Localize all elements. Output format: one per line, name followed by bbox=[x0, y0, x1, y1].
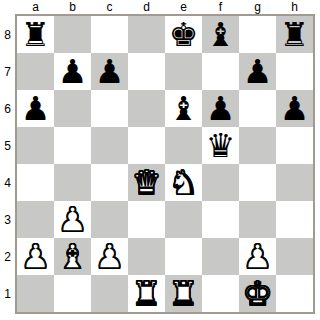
white-pawn[interactable]: ♟ bbox=[243, 238, 273, 275]
chess-board: ♜♚♝♜♟♟♟♟♝♟♟♛♛♞♟♟♝♟♟♜♜♚ bbox=[15, 14, 315, 314]
square-h6[interactable]: ♟ bbox=[276, 90, 313, 127]
black-pawn[interactable]: ♟ bbox=[21, 90, 51, 127]
rank-label-3: 3 bbox=[0, 201, 15, 238]
square-b3[interactable]: ♟ bbox=[54, 201, 91, 238]
rank-labels: 87654321 bbox=[0, 16, 15, 312]
square-a5[interactable] bbox=[17, 127, 54, 164]
file-label-b: b bbox=[54, 0, 91, 14]
square-c1[interactable] bbox=[91, 275, 128, 312]
white-pawn[interactable]: ♟ bbox=[21, 238, 51, 275]
file-label-a: a bbox=[17, 0, 54, 14]
square-d5[interactable] bbox=[128, 127, 165, 164]
square-f1[interactable] bbox=[202, 275, 239, 312]
square-e1[interactable]: ♜ bbox=[165, 275, 202, 312]
white-king[interactable]: ♚ bbox=[243, 275, 273, 312]
file-label-d: d bbox=[128, 0, 165, 14]
rank-label-5: 5 bbox=[0, 127, 15, 164]
square-c5[interactable] bbox=[91, 127, 128, 164]
square-g2[interactable]: ♟ bbox=[239, 238, 276, 275]
square-f8[interactable]: ♝ bbox=[202, 16, 239, 53]
file-label-f: f bbox=[202, 0, 239, 14]
square-c6[interactable] bbox=[91, 90, 128, 127]
square-a3[interactable] bbox=[17, 201, 54, 238]
black-pawn[interactable]: ♟ bbox=[95, 53, 125, 90]
square-g5[interactable] bbox=[239, 127, 276, 164]
square-a8[interactable]: ♜ bbox=[17, 16, 54, 53]
white-rook[interactable]: ♜ bbox=[169, 275, 199, 312]
square-f2[interactable] bbox=[202, 238, 239, 275]
square-d2[interactable] bbox=[128, 238, 165, 275]
square-c2[interactable]: ♟ bbox=[91, 238, 128, 275]
white-knight[interactable]: ♞ bbox=[169, 164, 199, 201]
black-pawn[interactable]: ♟ bbox=[280, 90, 310, 127]
rank-label-2: 2 bbox=[0, 238, 15, 275]
square-g4[interactable] bbox=[239, 164, 276, 201]
rank-label-6: 6 bbox=[0, 90, 15, 127]
square-b8[interactable] bbox=[54, 16, 91, 53]
square-f7[interactable] bbox=[202, 53, 239, 90]
black-bishop[interactable]: ♝ bbox=[169, 90, 199, 127]
square-f5[interactable]: ♛ bbox=[202, 127, 239, 164]
file-label-c: c bbox=[91, 0, 128, 14]
square-d7[interactable] bbox=[128, 53, 165, 90]
rank-label-4: 4 bbox=[0, 164, 15, 201]
square-c8[interactable] bbox=[91, 16, 128, 53]
square-d3[interactable] bbox=[128, 201, 165, 238]
square-a7[interactable] bbox=[17, 53, 54, 90]
square-d8[interactable] bbox=[128, 16, 165, 53]
black-rook[interactable]: ♜ bbox=[280, 16, 310, 53]
square-a6[interactable]: ♟ bbox=[17, 90, 54, 127]
white-pawn[interactable]: ♟ bbox=[95, 238, 125, 275]
square-g1[interactable]: ♚ bbox=[239, 275, 276, 312]
black-pawn[interactable]: ♟ bbox=[58, 53, 88, 90]
square-e3[interactable] bbox=[165, 201, 202, 238]
square-f4[interactable] bbox=[202, 164, 239, 201]
file-label-h: h bbox=[276, 0, 313, 14]
black-pawn[interactable]: ♟ bbox=[243, 53, 273, 90]
square-h1[interactable] bbox=[276, 275, 313, 312]
square-b6[interactable] bbox=[54, 90, 91, 127]
square-a1[interactable] bbox=[17, 275, 54, 312]
square-f3[interactable] bbox=[202, 201, 239, 238]
black-pawn[interactable]: ♟ bbox=[206, 90, 236, 127]
square-c4[interactable] bbox=[91, 164, 128, 201]
black-king[interactable]: ♚ bbox=[169, 16, 199, 53]
square-h3[interactable] bbox=[276, 201, 313, 238]
square-g6[interactable] bbox=[239, 90, 276, 127]
rank-label-1: 1 bbox=[0, 275, 15, 312]
white-bishop[interactable]: ♝ bbox=[58, 238, 88, 275]
square-h7[interactable] bbox=[276, 53, 313, 90]
square-b4[interactable] bbox=[54, 164, 91, 201]
square-d1[interactable]: ♜ bbox=[128, 275, 165, 312]
square-a4[interactable] bbox=[17, 164, 54, 201]
square-h2[interactable] bbox=[276, 238, 313, 275]
square-c7[interactable]: ♟ bbox=[91, 53, 128, 90]
square-d4[interactable]: ♛ bbox=[128, 164, 165, 201]
rank-label-7: 7 bbox=[0, 53, 15, 90]
square-a2[interactable]: ♟ bbox=[17, 238, 54, 275]
square-d6[interactable] bbox=[128, 90, 165, 127]
chess-diagram: abcdefgh 87654321 ♜♚♝♜♟♟♟♟♝♟♟♛♛♞♟♟♝♟♟♜♜♚ bbox=[0, 0, 320, 320]
square-b5[interactable] bbox=[54, 127, 91, 164]
square-b7[interactable]: ♟ bbox=[54, 53, 91, 90]
black-rook[interactable]: ♜ bbox=[21, 16, 51, 53]
square-h4[interactable] bbox=[276, 164, 313, 201]
square-e8[interactable]: ♚ bbox=[165, 16, 202, 53]
square-b2[interactable]: ♝ bbox=[54, 238, 91, 275]
square-h5[interactable] bbox=[276, 127, 313, 164]
square-e4[interactable]: ♞ bbox=[165, 164, 202, 201]
square-f6[interactable]: ♟ bbox=[202, 90, 239, 127]
square-g7[interactable]: ♟ bbox=[239, 53, 276, 90]
square-e5[interactable] bbox=[165, 127, 202, 164]
square-c3[interactable] bbox=[91, 201, 128, 238]
square-h8[interactable]: ♜ bbox=[276, 16, 313, 53]
white-queen[interactable]: ♛ bbox=[132, 164, 162, 201]
file-labels: abcdefgh bbox=[17, 0, 313, 14]
file-label-g: g bbox=[239, 0, 276, 14]
square-e6[interactable]: ♝ bbox=[165, 90, 202, 127]
black-bishop[interactable]: ♝ bbox=[206, 16, 236, 53]
file-label-e: e bbox=[165, 0, 202, 14]
white-rook[interactable]: ♜ bbox=[132, 275, 162, 312]
white-pawn[interactable]: ♟ bbox=[58, 201, 88, 238]
square-g3[interactable] bbox=[239, 201, 276, 238]
square-b1[interactable] bbox=[54, 275, 91, 312]
rank-label-8: 8 bbox=[0, 16, 15, 53]
square-e2[interactable] bbox=[165, 238, 202, 275]
black-queen[interactable]: ♛ bbox=[206, 127, 236, 164]
square-g8[interactable] bbox=[239, 16, 276, 53]
square-e7[interactable] bbox=[165, 53, 202, 90]
